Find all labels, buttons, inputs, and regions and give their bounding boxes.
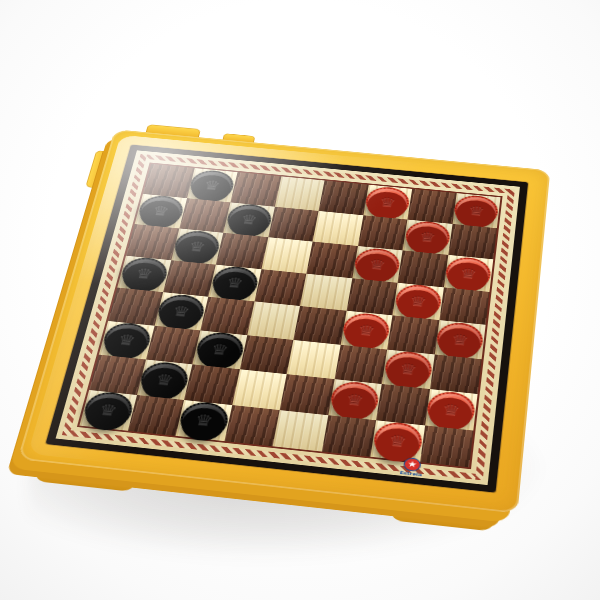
- crown-emboss-icon: ♛: [210, 342, 230, 358]
- checker-piece-black[interactable]: ♛: [177, 400, 231, 440]
- board-square-dark[interactable]: [184, 364, 239, 404]
- board-square-light[interactable]: ♛: [452, 193, 500, 228]
- checker-piece-black[interactable]: ♛: [136, 194, 186, 228]
- board-square-dark[interactable]: [321, 415, 376, 457]
- crown-emboss-icon: ♛: [398, 361, 417, 377]
- star-glyph: ★: [407, 460, 418, 469]
- checker-piece-black[interactable]: ♛: [193, 331, 246, 369]
- board-square-light[interactable]: ♛: [403, 219, 453, 255]
- checker-piece-red[interactable]: ♛: [426, 390, 477, 430]
- checker-piece-black[interactable]: ♛: [155, 293, 207, 330]
- crown-emboss-icon: ♛: [193, 412, 214, 429]
- board-square-light[interactable]: ♛: [443, 255, 493, 292]
- board-square-light[interactable]: ♛: [208, 264, 261, 301]
- board-square-light[interactable]: ♛: [382, 349, 435, 389]
- board-square-light[interactable]: ♛: [392, 282, 443, 320]
- board-square-dark[interactable]: [306, 242, 357, 278]
- crown-emboss-icon: ♛: [134, 266, 154, 281]
- board-square-dark[interactable]: [346, 278, 397, 315]
- checker-piece-red[interactable]: ♛: [371, 421, 423, 462]
- board-square-dark[interactable]: [200, 297, 254, 335]
- crown-emboss-icon: ♛: [418, 230, 436, 244]
- board-square-dark[interactable]: [268, 206, 319, 241]
- crown-emboss-icon: ♛: [171, 303, 191, 318]
- checker-piece-black[interactable]: ♛: [118, 256, 170, 292]
- board-square-light[interactable]: ♛: [340, 311, 392, 350]
- checker-piece-red[interactable]: ♛: [403, 220, 451, 254]
- board-square-dark[interactable]: [448, 224, 497, 260]
- crown-emboss-icon: ♛: [239, 212, 258, 226]
- board-square-light[interactable]: ♛: [176, 400, 232, 441]
- board-square-light[interactable]: ♛: [187, 168, 238, 202]
- crown-emboss-icon: ♛: [368, 257, 387, 272]
- board-square-light[interactable]: ♛: [363, 185, 412, 220]
- crown-emboss-icon: ♛: [409, 294, 428, 309]
- product-photo-scene: ♛♛♛♛♛♛♛♛♛♛♛♛♛♛♛♛♛♛♛♛♛♛♛♛ ★ Estrela: [0, 0, 600, 600]
- checkers-board: ♛♛♛♛♛♛♛♛♛♛♛♛♛♛♛♛♛♛♛♛♛♛♛♛ ★ Estrela: [18, 129, 551, 513]
- board-square-dark[interactable]: [376, 384, 429, 425]
- crown-emboss-icon: ♛: [203, 178, 222, 192]
- board-square-dark[interactable]: [293, 306, 346, 344]
- board-square-light[interactable]: [261, 237, 313, 273]
- board-square-dark[interactable]: [143, 164, 194, 198]
- board-square-dark[interactable]: [239, 335, 293, 374]
- board-square-light[interactable]: ♛: [328, 379, 382, 420]
- board-square-light[interactable]: ♛: [192, 330, 246, 369]
- board-square-light[interactable]: ♛: [434, 320, 485, 359]
- crown-emboss-icon: ♛: [151, 204, 170, 218]
- board-square-light[interactable]: [274, 176, 324, 210]
- checker-piece-red[interactable]: ♛: [353, 247, 402, 282]
- checker-piece-red[interactable]: ♛: [364, 185, 412, 218]
- board-square-light[interactable]: ♛: [137, 359, 193, 399]
- estrela-logo: ★ Estrela: [396, 457, 428, 479]
- crown-emboss-icon: ♛: [345, 391, 365, 407]
- board-square-light[interactable]: [273, 410, 328, 452]
- checker-piece-black[interactable]: ♛: [100, 321, 153, 359]
- crown-emboss-icon: ♛: [116, 332, 137, 348]
- board-square-light[interactable]: ♛: [425, 389, 478, 430]
- board-square-dark[interactable]: [334, 344, 387, 384]
- board-square-dark[interactable]: [146, 325, 201, 364]
- checker-piece-black[interactable]: ♛: [138, 360, 192, 399]
- crown-emboss-icon: ♛: [187, 239, 207, 253]
- board-square-dark[interactable]: [439, 287, 490, 325]
- board-square-dark[interactable]: [407, 189, 456, 224]
- board-square-dark[interactable]: [254, 269, 306, 306]
- crown-emboss-icon: ♛: [451, 332, 470, 348]
- checker-piece-red[interactable]: ♛: [444, 255, 492, 290]
- crown-emboss-icon: ♛: [97, 402, 118, 419]
- checker-piece-red[interactable]: ♛: [453, 194, 500, 228]
- board-square-dark[interactable]: [163, 260, 216, 297]
- board-square-light[interactable]: [247, 301, 300, 339]
- board-square-dark[interactable]: [387, 315, 439, 354]
- board-grid: ♛♛♛♛♛♛♛♛♛♛♛♛♛♛♛♛♛♛♛♛♛♛♛♛: [77, 162, 503, 469]
- checker-piece-black[interactable]: ♛: [80, 390, 135, 430]
- board-square-light[interactable]: [313, 211, 363, 246]
- board-square-dark[interactable]: [358, 215, 408, 250]
- board-square-dark[interactable]: [280, 374, 334, 415]
- crown-emboss-icon: ♛: [467, 203, 485, 217]
- board-square-light[interactable]: ♛: [223, 202, 274, 237]
- checker-piece-red[interactable]: ♛: [383, 350, 434, 388]
- crown-emboss-icon: ♛: [388, 432, 408, 449]
- checker-piece-black[interactable]: ♛: [209, 265, 260, 301]
- board-square-light[interactable]: [287, 340, 341, 379]
- board-square-dark[interactable]: [179, 198, 231, 233]
- board-square-light[interactable]: ♛: [171, 228, 223, 264]
- board-square-light[interactable]: ♛: [135, 194, 187, 229]
- board-square-light[interactable]: [300, 273, 352, 310]
- board-square-dark[interactable]: [319, 180, 369, 214]
- board-square-dark[interactable]: [216, 233, 268, 269]
- board-square-light[interactable]: ♛: [352, 246, 403, 282]
- checker-piece-red[interactable]: ♛: [393, 283, 442, 319]
- crown-emboss-icon: ♛: [357, 322, 376, 338]
- crown-emboss-icon: ♛: [459, 266, 477, 281]
- board-square-dark[interactable]: [398, 250, 448, 287]
- checker-piece-black[interactable]: ♛: [172, 229, 223, 264]
- crown-emboss-icon: ♛: [154, 371, 175, 387]
- checker-piece-red[interactable]: ♛: [435, 321, 485, 359]
- board-square-dark[interactable]: [126, 224, 179, 260]
- crown-emboss-icon: ♛: [441, 401, 461, 418]
- checker-piece-black[interactable]: ♛: [188, 169, 237, 202]
- board-frame: ♛♛♛♛♛♛♛♛♛♛♛♛♛♛♛♛♛♛♛♛♛♛♛♛ ★ Estrela: [18, 129, 551, 513]
- board-square-light[interactable]: ♛: [154, 292, 208, 330]
- crown-emboss-icon: ♛: [225, 275, 245, 290]
- board-square-dark[interactable]: [127, 395, 184, 436]
- crown-emboss-icon: ♛: [379, 195, 397, 209]
- board-square-dark[interactable]: [430, 354, 482, 394]
- checker-piece-red[interactable]: ♛: [329, 380, 381, 419]
- brand-name: Estrela: [396, 469, 427, 478]
- checker-piece-red[interactable]: ♛: [341, 311, 391, 348]
- board-square-dark[interactable]: [230, 172, 280, 206]
- board-square-light[interactable]: [232, 369, 287, 409]
- board-sheet: ♛♛♛♛♛♛♛♛♛♛♛♛♛♛♛♛♛♛♛♛♛♛♛♛ ★ Estrela: [45, 145, 528, 493]
- board-square-dark[interactable]: [224, 405, 280, 447]
- checker-piece-black[interactable]: ♛: [224, 203, 273, 237]
